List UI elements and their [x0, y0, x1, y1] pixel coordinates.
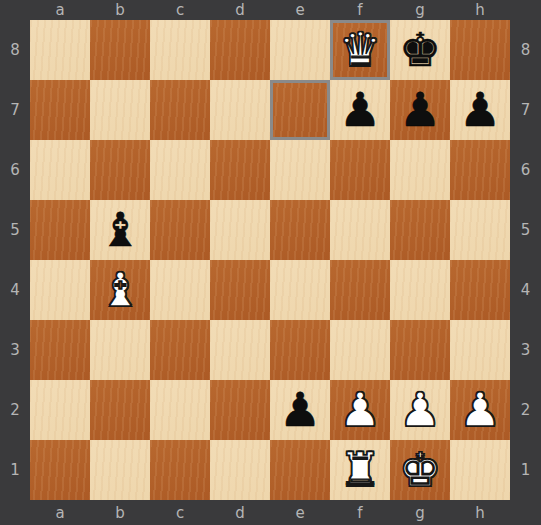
rank-labels-left: 87654321 — [0, 20, 30, 500]
piece-white-pawn[interactable]: ♟ — [459, 386, 501, 433]
square-e8[interactable] — [270, 20, 330, 80]
piece-white-king[interactable]: ♚ — [399, 446, 441, 493]
file-label-h: h — [450, 0, 510, 20]
square-b3[interactable] — [90, 320, 150, 380]
rank-label-2: 2 — [0, 380, 30, 440]
rank-label-5: 5 — [510, 200, 541, 260]
piece-black-pawn[interactable]: ♟ — [279, 386, 321, 433]
square-f4[interactable] — [330, 260, 390, 320]
square-d2[interactable] — [210, 380, 270, 440]
rank-label-1: 1 — [510, 440, 541, 500]
rank-label-4: 4 — [510, 260, 541, 320]
square-b5[interactable]: ♝ — [90, 200, 150, 260]
square-f2[interactable]: ♟ — [330, 380, 390, 440]
file-label-h: h — [450, 500, 510, 525]
rank-label-4: 4 — [0, 260, 30, 320]
square-d3[interactable] — [210, 320, 270, 380]
square-h4[interactable] — [450, 260, 510, 320]
square-d8[interactable] — [210, 20, 270, 80]
file-label-g: g — [390, 0, 450, 20]
square-e6[interactable] — [270, 140, 330, 200]
square-d4[interactable] — [210, 260, 270, 320]
square-d6[interactable] — [210, 140, 270, 200]
square-g7[interactable]: ♟ — [390, 80, 450, 140]
square-f1[interactable]: ♜ — [330, 440, 390, 500]
square-a6[interactable] — [30, 140, 90, 200]
square-h3[interactable] — [450, 320, 510, 380]
square-a4[interactable] — [30, 260, 90, 320]
square-a1[interactable] — [30, 440, 90, 500]
square-d1[interactable] — [210, 440, 270, 500]
square-c3[interactable] — [150, 320, 210, 380]
rank-label-5: 5 — [0, 200, 30, 260]
rank-label-7: 7 — [510, 80, 541, 140]
square-f8[interactable]: ♛ — [330, 20, 390, 80]
rank-label-6: 6 — [510, 140, 541, 200]
file-label-d: d — [210, 500, 270, 525]
square-d5[interactable] — [210, 200, 270, 260]
square-e1[interactable] — [270, 440, 330, 500]
file-label-e: e — [270, 500, 330, 525]
square-h5[interactable] — [450, 200, 510, 260]
square-f3[interactable] — [330, 320, 390, 380]
square-a8[interactable] — [30, 20, 90, 80]
piece-black-pawn[interactable]: ♟ — [399, 86, 441, 133]
chess-app: abcdefgh abcdefgh 87654321 87654321 ♛♚♟♟… — [0, 0, 541, 525]
square-g5[interactable] — [390, 200, 450, 260]
square-a5[interactable] — [30, 200, 90, 260]
piece-black-pawn[interactable]: ♟ — [339, 86, 381, 133]
square-g2[interactable]: ♟ — [390, 380, 450, 440]
rank-label-3: 3 — [510, 320, 541, 380]
file-labels-top: abcdefgh — [30, 0, 510, 20]
square-e4[interactable] — [270, 260, 330, 320]
piece-white-pawn[interactable]: ♟ — [399, 386, 441, 433]
square-h6[interactable] — [450, 140, 510, 200]
file-label-c: c — [150, 0, 210, 20]
file-label-f: f — [330, 500, 390, 525]
square-a3[interactable] — [30, 320, 90, 380]
rank-label-1: 1 — [0, 440, 30, 500]
square-f6[interactable] — [330, 140, 390, 200]
square-b8[interactable] — [90, 20, 150, 80]
rank-label-3: 3 — [0, 320, 30, 380]
piece-black-pawn[interactable]: ♟ — [459, 86, 501, 133]
square-b7[interactable] — [90, 80, 150, 140]
square-b6[interactable] — [90, 140, 150, 200]
file-label-d: d — [210, 0, 270, 20]
piece-white-bishop[interactable]: ♝ — [99, 266, 141, 313]
square-f7[interactable]: ♟ — [330, 80, 390, 140]
file-label-c: c — [150, 500, 210, 525]
square-g3[interactable] — [390, 320, 450, 380]
square-h7[interactable]: ♟ — [450, 80, 510, 140]
square-g8[interactable]: ♚ — [390, 20, 450, 80]
square-c5[interactable] — [150, 200, 210, 260]
square-c4[interactable] — [150, 260, 210, 320]
square-d7[interactable] — [210, 80, 270, 140]
square-e5[interactable] — [270, 200, 330, 260]
rank-labels-right: 87654321 — [510, 20, 541, 500]
piece-white-queen[interactable]: ♛ — [339, 26, 381, 73]
piece-white-pawn[interactable]: ♟ — [339, 386, 381, 433]
square-c6[interactable] — [150, 140, 210, 200]
chess-board: ♛♚♟♟♟♝♝♟♟♟♟♜♚ — [30, 20, 510, 500]
file-label-g: g — [390, 500, 450, 525]
square-h8[interactable] — [450, 20, 510, 80]
square-c1[interactable] — [150, 440, 210, 500]
file-label-b: b — [90, 500, 150, 525]
file-label-b: b — [90, 0, 150, 20]
rank-label-2: 2 — [510, 380, 541, 440]
square-b2[interactable] — [90, 380, 150, 440]
square-b4[interactable]: ♝ — [90, 260, 150, 320]
file-label-e: e — [270, 0, 330, 20]
square-c2[interactable] — [150, 380, 210, 440]
square-a2[interactable] — [30, 380, 90, 440]
piece-black-king[interactable]: ♚ — [399, 26, 441, 73]
piece-white-rook[interactable]: ♜ — [339, 446, 381, 493]
square-h2[interactable]: ♟ — [450, 380, 510, 440]
square-g4[interactable] — [390, 260, 450, 320]
square-a7[interactable] — [30, 80, 90, 140]
file-label-a: a — [30, 500, 90, 525]
square-c7[interactable] — [150, 80, 210, 140]
square-e3[interactable] — [270, 320, 330, 380]
square-c8[interactable] — [150, 20, 210, 80]
file-labels-bottom: abcdefgh — [30, 500, 510, 525]
square-g1[interactable]: ♚ — [390, 440, 450, 500]
file-label-f: f — [330, 0, 390, 20]
square-e7[interactable] — [270, 80, 330, 140]
square-b1[interactable] — [90, 440, 150, 500]
square-h1[interactable] — [450, 440, 510, 500]
rank-label-8: 8 — [0, 20, 30, 80]
rank-label-8: 8 — [510, 20, 541, 80]
piece-black-bishop[interactable]: ♝ — [99, 206, 141, 253]
square-g6[interactable] — [390, 140, 450, 200]
square-e2[interactable]: ♟ — [270, 380, 330, 440]
square-f5[interactable] — [330, 200, 390, 260]
file-label-a: a — [30, 0, 90, 20]
rank-label-6: 6 — [0, 140, 30, 200]
rank-label-7: 7 — [0, 80, 30, 140]
